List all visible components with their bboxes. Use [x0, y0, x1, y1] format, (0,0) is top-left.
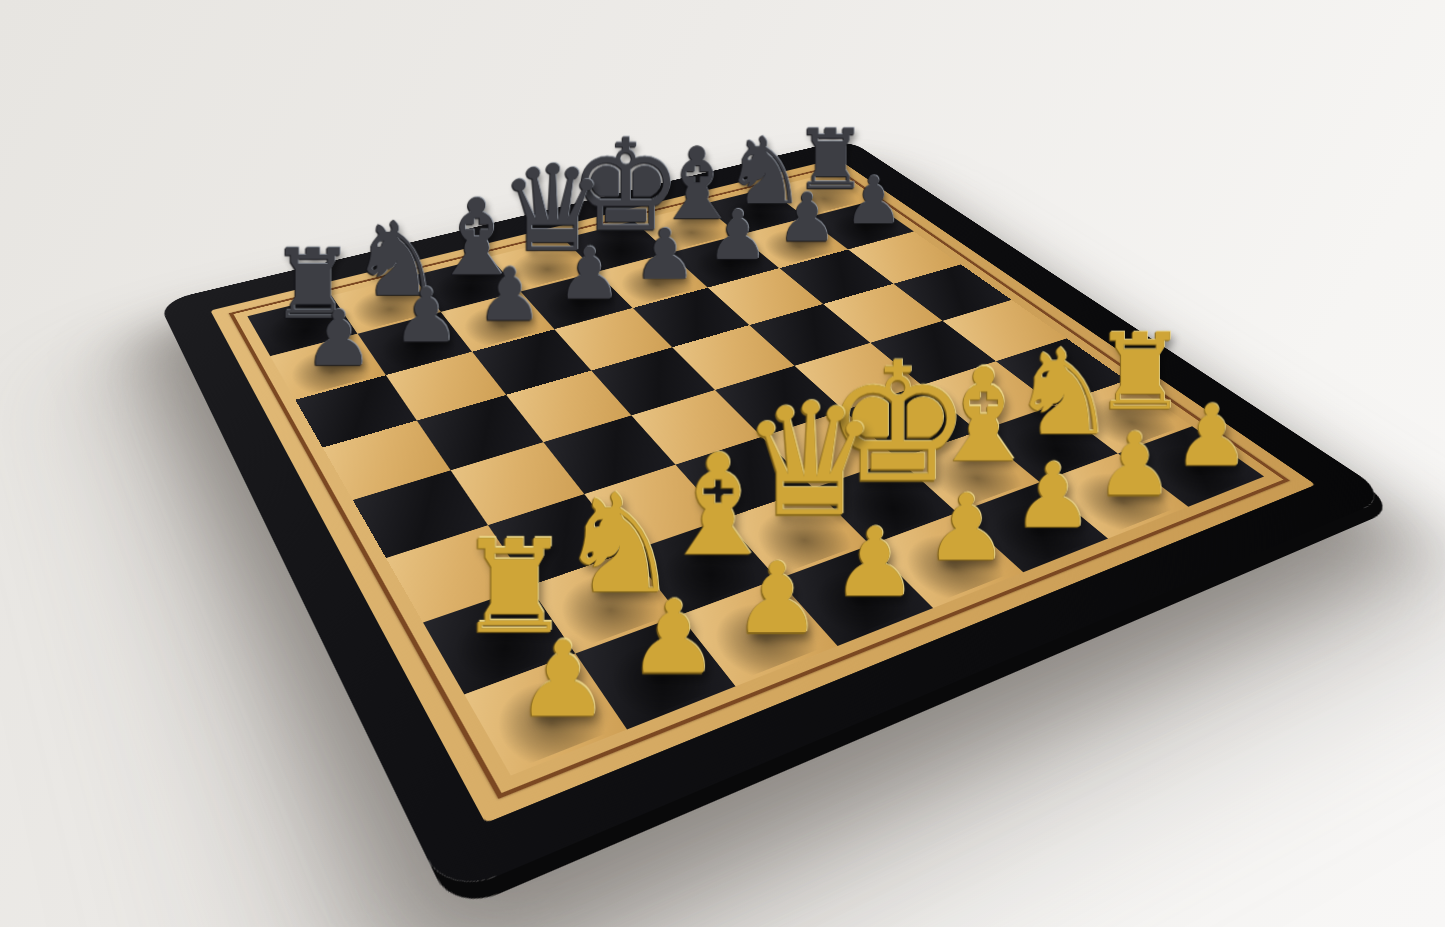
white-pawn-f1[interactable]: ♟ [1013, 453, 1093, 538]
black-pawn-f7[interactable]: ♟ [707, 203, 768, 268]
white-pawn-d1[interactable]: ♟ [832, 517, 917, 607]
white-pawn-e1[interactable]: ♟ [925, 484, 1008, 572]
white-pawn-a1[interactable]: ♟ [515, 630, 609, 729]
white-pawn-c1[interactable]: ♟ [733, 553, 821, 646]
black-pawn-a7[interactable]: ♟ [304, 302, 373, 375]
black-pawn-g7[interactable]: ♟ [777, 186, 837, 250]
photo-scene: ♜♞♝♛♚♝♞♜♟♟♟♟♟♟♟♟♜♞♝♛♚♝♞♜♟♟♟♟♟♟♟♟ [0, 0, 1445, 927]
white-pawn-g1[interactable]: ♟ [1095, 424, 1173, 507]
black-pawn-d7[interactable]: ♟ [557, 240, 621, 308]
black-pawn-c7[interactable]: ♟ [476, 260, 542, 330]
black-pawn-e7[interactable]: ♟ [633, 221, 696, 287]
black-pawn-h7[interactable]: ♟ [844, 169, 903, 231]
white-pawn-b1[interactable]: ♟ [628, 590, 719, 686]
black-pawn-b7[interactable]: ♟ [392, 280, 459, 351]
white-pawn-h1[interactable]: ♟ [1174, 396, 1250, 477]
chess-board: ♜♞♝♛♚♝♞♜♟♟♟♟♟♟♟♟♜♞♝♛♚♝♞♜♟♟♟♟♟♟♟♟ [158, 139, 1392, 898]
